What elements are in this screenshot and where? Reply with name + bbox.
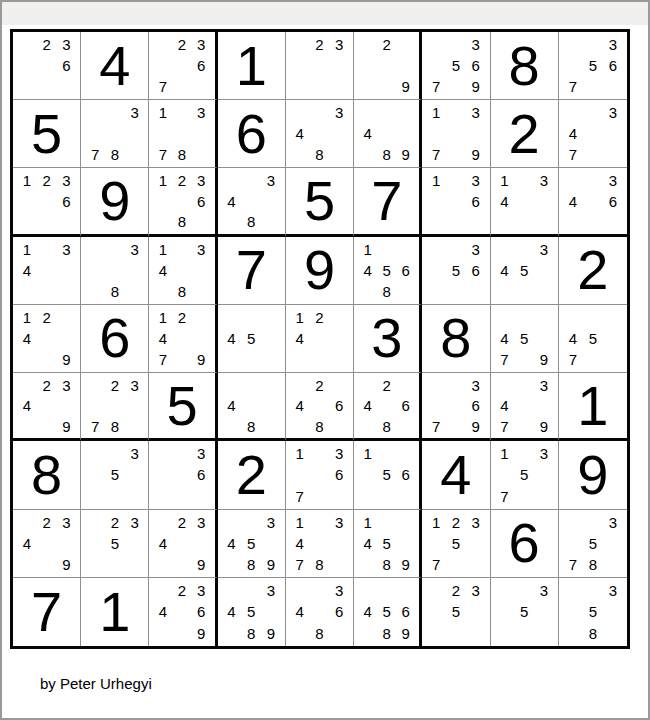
candidate-digit: 8 <box>310 554 330 575</box>
candidate-digit: 2 <box>37 34 57 55</box>
candidate-digit: 3 <box>56 375 76 395</box>
empty-slot <box>426 191 446 211</box>
cell-r9c6[interactable]: 45689 <box>354 578 422 646</box>
candidate-digit: 6 <box>396 601 415 622</box>
cell-r5c3[interactable]: 12479 <box>149 305 217 373</box>
empty-slot <box>222 554 242 575</box>
candidate-digit: 7 <box>153 349 172 370</box>
candidate-digit: 5 <box>377 601 396 622</box>
empty-slot <box>56 260 76 281</box>
cell-r8c2[interactable]: 235 <box>81 510 149 578</box>
empty-slot <box>290 623 310 644</box>
empty-slot <box>153 512 172 533</box>
empty-slot <box>495 601 515 622</box>
candidate-grid: 2468 <box>286 373 353 438</box>
candidate-digit: 3 <box>192 239 211 260</box>
cell-r3c7[interactable]: 136 <box>422 168 490 236</box>
candidate-digit: 4 <box>153 260 172 281</box>
candidate-digit: 9 <box>56 416 76 436</box>
candidate-digit: 8 <box>105 144 125 165</box>
empty-slot <box>329 144 349 165</box>
candidate-digit: 2 <box>446 580 466 601</box>
cell-r6c2[interactable]: 2378 <box>81 373 149 441</box>
empty-slot <box>426 623 446 644</box>
candidate-digit: 5 <box>241 601 261 622</box>
empty-slot <box>495 281 515 302</box>
empty-slot <box>563 34 583 55</box>
empty-slot <box>329 55 349 76</box>
cell-r5c1[interactable]: 1249 <box>13 305 81 373</box>
empty-slot <box>426 601 446 622</box>
solved-digit: 8 <box>440 310 471 366</box>
cell-r4c6[interactable]: 14568 <box>354 237 422 305</box>
cell-r7c3[interactable]: 36 <box>149 441 217 509</box>
empty-slot <box>358 34 377 55</box>
empty-slot <box>192 144 211 165</box>
empty-slot <box>329 76 349 97</box>
candidate-digit: 4 <box>153 601 172 622</box>
solved-digit: 7 <box>236 242 267 298</box>
empty-slot <box>125 485 145 506</box>
empty-slot <box>17 34 37 55</box>
empty-slot <box>153 55 172 76</box>
empty-slot <box>603 328 623 349</box>
solved-digit: 2 <box>577 242 608 298</box>
candidate-digit: 3 <box>192 102 211 123</box>
candidate-grid: 3479 <box>491 373 558 438</box>
candidate-grid: 1379 <box>422 100 489 167</box>
candidate-grid: 347 <box>559 100 627 167</box>
empty-slot <box>261 533 281 554</box>
candidate-digit: 6 <box>466 191 486 211</box>
candidate-digit: 4 <box>358 260 377 281</box>
cell-r8c4[interactable]: 34589 <box>218 510 286 578</box>
empty-slot <box>514 396 534 416</box>
empty-slot <box>85 375 105 395</box>
empty-slot <box>396 416 415 436</box>
empty-slot <box>466 623 486 644</box>
empty-slot <box>85 464 105 485</box>
candidate-digit: 3 <box>56 170 76 190</box>
empty-slot <box>329 328 349 349</box>
candidate-digit: 7 <box>563 554 583 575</box>
cell-r4c7[interactable]: 356 <box>422 237 490 305</box>
candidate-digit: 4 <box>17 396 37 416</box>
empty-slot <box>192 123 211 144</box>
cell-r2c2[interactable]: 378 <box>81 100 149 168</box>
empty-slot <box>261 601 281 622</box>
empty-slot <box>125 533 145 554</box>
candidate-digit: 4 <box>290 533 310 554</box>
cell-r8c6[interactable]: 14589 <box>354 510 422 578</box>
empty-slot <box>377 443 396 464</box>
candidate-digit: 2 <box>173 34 192 55</box>
empty-slot <box>290 580 310 601</box>
cell-r7c9[interactable]: 9 <box>559 441 627 509</box>
empty-slot <box>85 485 105 506</box>
candidate-digit: 2 <box>310 34 330 55</box>
candidate-grid: 1236 <box>13 168 80 233</box>
cell-r7c4[interactable]: 2 <box>218 441 286 509</box>
empty-slot <box>396 533 415 554</box>
empty-slot <box>534 328 554 349</box>
candidate-digit: 6 <box>396 260 415 281</box>
empty-slot <box>56 533 76 554</box>
candidate-digit: 4 <box>222 328 242 349</box>
cell-r4c8[interactable]: 345 <box>491 237 559 305</box>
candidate-grid: 358 <box>559 578 627 646</box>
candidate-grid: 3567 <box>559 32 627 99</box>
cell-r2c6[interactable]: 489 <box>354 100 422 168</box>
cell-r6c5[interactable]: 2468 <box>286 373 354 441</box>
empty-slot <box>222 623 242 644</box>
empty-slot <box>125 554 145 575</box>
empty-slot <box>153 554 172 575</box>
cell-r8c9[interactable]: 3578 <box>559 510 627 578</box>
cell-r5c4[interactable]: 45 <box>218 305 286 373</box>
candidate-digit: 5 <box>583 55 603 76</box>
empty-slot <box>261 416 281 436</box>
cell-r3c5[interactable]: 5 <box>286 168 354 236</box>
candidate-digit: 5 <box>583 533 603 554</box>
empty-slot <box>583 349 603 370</box>
candidate-digit: 4 <box>358 123 377 144</box>
empty-slot <box>534 211 554 231</box>
candidate-digit: 2 <box>310 375 330 395</box>
cell-r4c1[interactable]: 134 <box>13 237 81 305</box>
cell-r8c8[interactable]: 6 <box>491 510 559 578</box>
candidate-grid: 348 <box>218 168 285 233</box>
candidate-digit: 5 <box>446 601 466 622</box>
candidate-digit: 3 <box>466 34 486 55</box>
cell-r6c6[interactable]: 2468 <box>354 373 422 441</box>
empty-slot <box>377 485 396 506</box>
cell-r2c8[interactable]: 2 <box>491 100 559 168</box>
candidate-digit: 3 <box>603 34 623 55</box>
empty-slot <box>603 307 623 328</box>
empty-slot <box>426 396 446 416</box>
candidate-digit: 8 <box>241 623 261 644</box>
candidate-digit: 6 <box>192 601 211 622</box>
solved-digit: 1 <box>236 38 267 94</box>
cell-r5c7[interactable]: 8 <box>422 305 490 373</box>
empty-slot <box>153 443 172 464</box>
empty-slot <box>192 485 211 506</box>
empty-slot <box>290 34 310 55</box>
candidate-digit: 7 <box>85 416 105 436</box>
empty-slot <box>603 533 623 554</box>
candidate-grid: 14589 <box>354 510 419 577</box>
cell-r9c1[interactable]: 7 <box>13 578 81 646</box>
empty-slot <box>17 512 37 533</box>
empty-slot <box>358 144 377 165</box>
cell-r9c5[interactable]: 3468 <box>286 578 354 646</box>
empty-slot <box>358 464 377 485</box>
candidate-digit: 6 <box>329 601 349 622</box>
candidate-digit: 3 <box>603 170 623 190</box>
candidate-digit: 1 <box>290 307 310 328</box>
cell-r4c9[interactable]: 2 <box>559 237 627 305</box>
candidate-digit: 1 <box>358 239 377 260</box>
candidate-digit: 4 <box>17 260 37 281</box>
candidate-grid: 35679 <box>422 32 489 99</box>
cell-r7c6[interactable]: 156 <box>354 441 422 509</box>
empty-slot <box>56 396 76 416</box>
empty-slot <box>514 349 534 370</box>
empty-slot <box>105 239 125 260</box>
candidate-digit: 6 <box>603 55 623 76</box>
cell-r9c3[interactable]: 23469 <box>149 578 217 646</box>
empty-slot <box>514 281 534 302</box>
cell-r8c3[interactable]: 2349 <box>149 510 217 578</box>
cell-r5c6[interactable]: 3 <box>354 305 422 373</box>
cell-r1c6[interactable]: 29 <box>354 32 422 100</box>
empty-slot <box>261 191 281 211</box>
candidate-digit: 2 <box>173 512 192 533</box>
candidate-grid: 12368 <box>149 168 214 233</box>
empty-slot <box>153 211 172 231</box>
empty-slot <box>534 601 554 622</box>
empty-slot <box>17 55 37 76</box>
cell-r6c1[interactable]: 2349 <box>13 373 81 441</box>
candidate-digit: 3 <box>125 239 145 260</box>
empty-slot <box>495 307 515 328</box>
cell-r3c4[interactable]: 348 <box>218 168 286 236</box>
cell-r6c3[interactable]: 5 <box>149 373 217 441</box>
cell-r5c2[interactable]: 6 <box>81 305 149 373</box>
empty-slot <box>534 260 554 281</box>
candidate-grid: 134 <box>13 237 80 304</box>
empty-slot <box>563 307 583 328</box>
candidate-digit: 9 <box>466 144 486 165</box>
cell-r3c6[interactable]: 7 <box>354 168 422 236</box>
empty-slot <box>466 554 486 575</box>
cell-r8c7[interactable]: 12357 <box>422 510 490 578</box>
cell-r9c2[interactable]: 1 <box>81 578 149 646</box>
cell-r1c5[interactable]: 23 <box>286 32 354 100</box>
cell-r9c4[interactable]: 34589 <box>218 578 286 646</box>
empty-slot <box>446 375 466 395</box>
empty-slot <box>446 211 466 231</box>
candidate-grid: 2349 <box>13 373 80 438</box>
empty-slot <box>563 55 583 76</box>
candidate-digit: 6 <box>466 396 486 416</box>
cell-r1c4[interactable]: 1 <box>218 32 286 100</box>
empty-slot <box>56 307 76 328</box>
candidate-digit: 4 <box>358 396 377 416</box>
empty-slot <box>192 260 211 281</box>
candidate-grid: 29 <box>354 32 419 99</box>
empty-slot <box>563 623 583 644</box>
candidate-digit: 3 <box>329 102 349 123</box>
cell-r3c9[interactable]: 346 <box>559 168 627 236</box>
empty-slot <box>85 512 105 533</box>
empty-slot <box>173 260 192 281</box>
cell-r1c2[interactable]: 4 <box>81 32 149 100</box>
cell-r1c7[interactable]: 35679 <box>422 32 490 100</box>
cell-r6c4[interactable]: 48 <box>218 373 286 441</box>
candidate-grid: 1348 <box>149 237 214 304</box>
cell-r7c5[interactable]: 1367 <box>286 441 354 509</box>
candidate-digit: 5 <box>241 328 261 349</box>
cell-r2c4[interactable]: 6 <box>218 100 286 168</box>
empty-slot <box>358 554 377 575</box>
candidate-digit: 5 <box>377 260 396 281</box>
cell-r5c5[interactable]: 124 <box>286 305 354 373</box>
cell-r4c3[interactable]: 1348 <box>149 237 217 305</box>
candidate-digit: 2 <box>37 307 57 328</box>
empty-slot <box>310 76 330 97</box>
candidate-digit: 8 <box>310 623 330 644</box>
empty-slot <box>563 211 583 231</box>
cell-r2c1[interactable]: 5 <box>13 100 81 168</box>
candidate-digit: 3 <box>534 580 554 601</box>
cell-r9c8[interactable]: 35 <box>491 578 559 646</box>
cell-r8c5[interactable]: 13478 <box>286 510 354 578</box>
empty-slot <box>396 580 415 601</box>
candidate-digit: 2 <box>446 512 466 533</box>
empty-slot <box>358 580 377 601</box>
solved-digit: 6 <box>99 310 130 366</box>
cell-r7c2[interactable]: 35 <box>81 441 149 509</box>
solved-digit: 2 <box>509 106 540 162</box>
empty-slot <box>583 211 603 231</box>
solved-digit: 5 <box>166 378 197 434</box>
cell-r1c1[interactable]: 236 <box>13 32 81 100</box>
cell-r9c9[interactable]: 358 <box>559 578 627 646</box>
candidate-digit: 1 <box>290 512 310 533</box>
empty-slot <box>466 211 486 231</box>
empty-slot <box>56 211 76 231</box>
candidate-digit: 4 <box>290 601 310 622</box>
solved-digit: 3 <box>371 310 402 366</box>
empty-slot <box>85 102 105 123</box>
cell-r5c9[interactable]: 457 <box>559 305 627 373</box>
candidate-grid: 23 <box>286 32 353 99</box>
empty-slot <box>446 554 466 575</box>
cell-r7c8[interactable]: 1357 <box>491 441 559 509</box>
candidate-digit: 8 <box>173 144 192 165</box>
candidate-digit: 1 <box>17 170 37 190</box>
empty-slot <box>396 485 415 506</box>
empty-slot <box>85 123 105 144</box>
candidate-grid: 36 <box>149 441 214 508</box>
cell-r1c3[interactable]: 2367 <box>149 32 217 100</box>
solved-digit: 7 <box>31 584 62 640</box>
candidate-digit: 3 <box>56 239 76 260</box>
cell-r1c8[interactable]: 8 <box>491 32 559 100</box>
cell-r3c8[interactable]: 134 <box>491 168 559 236</box>
cell-r7c1[interactable]: 8 <box>13 441 81 509</box>
solved-digit: 2 <box>236 447 267 503</box>
candidate-digit: 6 <box>603 191 623 211</box>
cell-r1c9[interactable]: 3567 <box>559 32 627 100</box>
empty-slot <box>85 260 105 281</box>
candidate-digit: 3 <box>192 580 211 601</box>
cell-r9c7[interactable]: 235 <box>422 578 490 646</box>
candidate-digit: 3 <box>125 512 145 533</box>
empty-slot <box>37 191 57 211</box>
candidate-digit: 9 <box>534 349 554 370</box>
candidate-digit: 3 <box>261 170 281 190</box>
cell-r3c2[interactable]: 9 <box>81 168 149 236</box>
cell-r2c3[interactable]: 1378 <box>149 100 217 168</box>
candidate-digit: 4 <box>495 191 515 211</box>
empty-slot <box>514 416 534 436</box>
cell-r6c8[interactable]: 3479 <box>491 373 559 441</box>
solved-digit: 4 <box>440 447 471 503</box>
empty-slot <box>514 191 534 211</box>
cell-r2c7[interactable]: 1379 <box>422 100 490 168</box>
cell-r4c5[interactable]: 9 <box>286 237 354 305</box>
cell-r2c5[interactable]: 348 <box>286 100 354 168</box>
empty-slot <box>105 443 125 464</box>
candidate-digit: 1 <box>358 443 377 464</box>
cell-r8c1[interactable]: 2349 <box>13 510 81 578</box>
solved-digit: 5 <box>31 106 62 162</box>
cell-r5c8[interactable]: 4579 <box>491 305 559 373</box>
cell-r3c1[interactable]: 1236 <box>13 168 81 236</box>
candidate-digit: 4 <box>358 533 377 554</box>
candidate-digit: 7 <box>495 349 515 370</box>
cell-r6c7[interactable]: 3679 <box>422 373 490 441</box>
empty-slot <box>310 55 330 76</box>
empty-slot <box>426 34 446 55</box>
cell-r4c2[interactable]: 38 <box>81 237 149 305</box>
empty-slot <box>125 260 145 281</box>
empty-slot <box>17 349 37 370</box>
cell-r3c3[interactable]: 12368 <box>149 168 217 236</box>
candidate-digit: 6 <box>329 464 349 485</box>
solved-digit: 9 <box>304 242 335 298</box>
empty-slot <box>173 485 192 506</box>
empty-slot <box>310 102 330 123</box>
candidate-digit: 8 <box>310 144 330 165</box>
candidate-digit: 4 <box>290 396 310 416</box>
candidate-grid: 23469 <box>149 578 214 646</box>
cell-r7c7[interactable]: 4 <box>422 441 490 509</box>
empty-slot <box>426 239 446 260</box>
empty-slot <box>329 349 349 370</box>
candidate-digit: 9 <box>396 554 415 575</box>
empty-slot <box>446 623 466 644</box>
empty-slot <box>222 375 242 395</box>
cell-r2c9[interactable]: 347 <box>559 100 627 168</box>
candidate-digit: 3 <box>534 170 554 190</box>
candidate-digit: 8 <box>377 144 396 165</box>
candidate-digit: 7 <box>290 485 310 506</box>
empty-slot <box>446 76 466 97</box>
solved-digit: 7 <box>371 173 402 229</box>
candidate-grid: 3468 <box>286 578 353 646</box>
empty-slot <box>37 281 57 302</box>
sudoku-board: 2364236712329356798356753781378634848913… <box>10 29 630 649</box>
empty-slot <box>105 485 125 506</box>
empty-slot <box>514 239 534 260</box>
candidate-grid: 457 <box>559 305 627 372</box>
app-window: 2364236712329356798356753781378634848913… <box>0 0 650 720</box>
cell-r6c9[interactable]: 1 <box>559 373 627 441</box>
candidate-digit: 3 <box>125 443 145 464</box>
empty-slot <box>153 580 172 601</box>
empty-slot <box>446 191 466 211</box>
candidate-digit: 6 <box>56 191 76 211</box>
candidate-digit: 2 <box>310 307 330 328</box>
candidate-digit: 9 <box>192 349 211 370</box>
cell-r4c4[interactable]: 7 <box>218 237 286 305</box>
candidate-digit: 6 <box>396 396 415 416</box>
empty-slot <box>466 601 486 622</box>
